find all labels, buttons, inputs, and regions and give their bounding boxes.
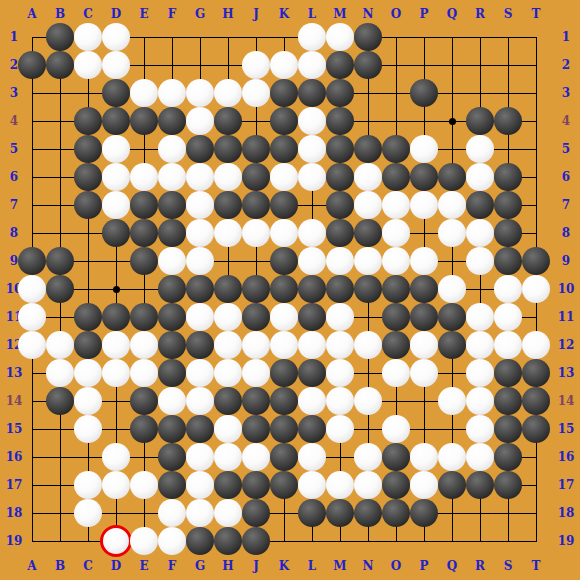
stone-white-B13 (46, 359, 74, 387)
stone-white-G13 (186, 359, 214, 387)
stone-white-G11 (186, 303, 214, 331)
stone-white-P17 (410, 471, 438, 499)
stone-black-G10 (186, 275, 214, 303)
stone-black-Q6 (438, 163, 466, 191)
stone-white-M15 (326, 415, 354, 443)
stone-black-E4 (130, 107, 158, 135)
stone-white-N9 (354, 247, 382, 275)
coord-label-bottom-H: H (222, 560, 233, 572)
coord-label-top-P: P (419, 8, 428, 20)
stone-black-C6 (74, 163, 102, 191)
stone-black-E9 (130, 247, 158, 275)
stone-white-R6 (466, 163, 494, 191)
stone-black-M4 (326, 107, 354, 135)
coord-label-bottom-J: J (253, 560, 259, 572)
stone-white-Q14 (438, 387, 466, 415)
coord-label-bottom-O: O (391, 560, 401, 572)
stone-white-R15 (466, 415, 494, 443)
stone-black-C5 (74, 135, 102, 163)
stone-black-C4 (74, 107, 102, 135)
stone-black-K4 (270, 107, 298, 135)
stone-black-D8 (102, 219, 130, 247)
coord-label-left-18: 18 (6, 507, 23, 519)
stone-black-L18 (298, 499, 326, 527)
stone-black-S4 (494, 107, 522, 135)
stone-black-F8 (158, 219, 186, 247)
coord-label-right-1: 1 (562, 31, 570, 43)
coord-label-bottom-R: R (475, 560, 485, 572)
stone-white-G8 (186, 219, 214, 247)
stone-black-E14 (130, 387, 158, 415)
stone-white-Q7 (438, 191, 466, 219)
stone-black-L3 (298, 79, 326, 107)
stone-white-J13 (242, 359, 270, 387)
coord-label-bottom-B: B (55, 560, 65, 572)
stone-black-D4 (102, 107, 130, 135)
coord-label-top-M: M (333, 8, 346, 20)
stone-white-P16 (410, 443, 438, 471)
stone-black-F13 (158, 359, 186, 387)
coord-label-top-F: F (168, 8, 177, 20)
stone-white-H12 (214, 331, 242, 359)
stone-white-E13 (130, 359, 158, 387)
stone-black-R7 (466, 191, 494, 219)
stone-white-D19-last-move (100, 525, 132, 557)
stone-black-K9 (270, 247, 298, 275)
stone-white-L14 (298, 387, 326, 415)
coord-label-top-K: K (279, 8, 289, 20)
coord-label-bottom-K: K (279, 560, 289, 572)
stone-white-Q8 (438, 219, 466, 247)
stone-black-N5 (354, 135, 382, 163)
stone-black-J15 (242, 415, 270, 443)
stone-black-N8 (354, 219, 382, 247)
coord-label-bottom-T: T (532, 560, 541, 572)
coord-label-top-B: B (55, 8, 65, 20)
coord-label-left-3: 3 (10, 87, 18, 99)
stone-black-C12 (74, 331, 102, 359)
stone-black-P10 (410, 275, 438, 303)
stone-white-L5 (298, 135, 326, 163)
stone-white-F9 (158, 247, 186, 275)
stone-white-K8 (270, 219, 298, 247)
coord-label-right-9: 9 (562, 255, 570, 267)
stone-black-L11 (298, 303, 326, 331)
stone-black-M18 (326, 499, 354, 527)
coord-label-top-J: J (253, 8, 259, 20)
stone-white-O15 (382, 415, 410, 443)
stone-black-T14 (522, 387, 550, 415)
stone-white-H18 (214, 499, 242, 527)
stone-white-R14 (466, 387, 494, 415)
stone-black-H4 (214, 107, 242, 135)
stone-white-C14 (74, 387, 102, 415)
stone-black-F10 (158, 275, 186, 303)
stone-white-E19 (130, 527, 158, 555)
coord-label-top-O: O (391, 8, 401, 20)
stone-black-E7 (130, 191, 158, 219)
coord-label-right-11: 11 (558, 311, 575, 323)
stone-black-K16 (270, 443, 298, 471)
stone-black-O16 (382, 443, 410, 471)
stone-white-G6 (186, 163, 214, 191)
stone-white-R5 (466, 135, 494, 163)
stone-white-D6 (102, 163, 130, 191)
stone-white-M13 (326, 359, 354, 387)
stone-black-G15 (186, 415, 214, 443)
stone-black-A9 (18, 247, 46, 275)
stone-black-J10 (242, 275, 270, 303)
stone-white-G3 (186, 79, 214, 107)
stone-white-P7 (410, 191, 438, 219)
coord-label-right-12: 12 (558, 339, 575, 351)
stone-black-H17 (214, 471, 242, 499)
stone-white-H11 (214, 303, 242, 331)
stone-black-G5 (186, 135, 214, 163)
stone-white-G16 (186, 443, 214, 471)
stone-white-N7 (354, 191, 382, 219)
stone-black-J19 (242, 527, 270, 555)
coord-label-left-19: 19 (6, 535, 23, 547)
stone-black-F17 (158, 471, 186, 499)
stone-black-T9 (522, 247, 550, 275)
coord-label-right-8: 8 (562, 227, 570, 239)
coord-label-right-13: 13 (558, 367, 575, 379)
stone-black-T15 (522, 415, 550, 443)
stone-black-N18 (354, 499, 382, 527)
stone-white-L17 (298, 471, 326, 499)
coord-label-bottom-L: L (308, 560, 316, 572)
go-board: AABBCCDDEEFFGGHHJJKKLLMMNNOOPPQQRRSSTT11… (0, 0, 580, 580)
stone-white-Q16 (438, 443, 466, 471)
stone-white-F14 (158, 387, 186, 415)
stone-white-A11 (18, 303, 46, 331)
stone-black-M8 (326, 219, 354, 247)
coord-label-bottom-D: D (111, 560, 121, 572)
stone-white-T12 (522, 331, 550, 359)
coord-label-right-3: 3 (562, 87, 570, 99)
stone-black-S7 (494, 191, 522, 219)
stone-white-L9 (298, 247, 326, 275)
coord-label-top-N: N (363, 8, 374, 20)
stone-white-P5 (410, 135, 438, 163)
coord-label-right-18: 18 (558, 507, 575, 519)
stone-white-D7 (102, 191, 130, 219)
stone-white-M17 (326, 471, 354, 499)
coord-label-left-9: 9 (10, 255, 18, 267)
stone-white-E17 (130, 471, 158, 499)
stone-black-G19 (186, 527, 214, 555)
stone-black-M2 (326, 51, 354, 79)
stone-black-Q11 (438, 303, 466, 331)
stone-white-O13 (382, 359, 410, 387)
hoshi-Q4 (449, 118, 456, 125)
stone-white-E3 (130, 79, 158, 107)
stone-white-G7 (186, 191, 214, 219)
stone-black-B2 (46, 51, 74, 79)
coord-label-left-16: 16 (6, 451, 23, 463)
stone-black-S15 (494, 415, 522, 443)
coord-label-bottom-N: N (363, 560, 374, 572)
stone-white-R9 (466, 247, 494, 275)
stone-white-D2 (102, 51, 130, 79)
stone-white-M9 (326, 247, 354, 275)
stone-white-S12 (494, 331, 522, 359)
stone-black-F16 (158, 443, 186, 471)
stone-white-R8 (466, 219, 494, 247)
stone-white-S10 (494, 275, 522, 303)
stone-black-H10 (214, 275, 242, 303)
stone-black-J18 (242, 499, 270, 527)
coord-label-top-T: T (532, 8, 541, 20)
coord-label-bottom-F: F (168, 560, 177, 572)
hoshi-D10 (113, 286, 120, 293)
stone-black-L10 (298, 275, 326, 303)
stone-black-K14 (270, 387, 298, 415)
stone-white-D17 (102, 471, 130, 499)
stone-white-N16 (354, 443, 382, 471)
stone-white-H16 (214, 443, 242, 471)
stone-white-A12 (18, 331, 46, 359)
stone-black-E8 (130, 219, 158, 247)
stone-white-E6 (130, 163, 158, 191)
stone-white-N17 (354, 471, 382, 499)
coord-label-top-E: E (139, 8, 148, 20)
stone-black-P6 (410, 163, 438, 191)
stone-white-P9 (410, 247, 438, 275)
stone-white-L8 (298, 219, 326, 247)
stone-white-J8 (242, 219, 270, 247)
stone-white-D5 (102, 135, 130, 163)
stone-white-C2 (74, 51, 102, 79)
coord-label-left-14: 14 (6, 395, 23, 407)
stone-white-J12 (242, 331, 270, 359)
stone-black-S13 (494, 359, 522, 387)
stone-white-G4 (186, 107, 214, 135)
stone-white-L2 (298, 51, 326, 79)
coord-label-right-2: 2 (562, 59, 570, 71)
stone-black-K10 (270, 275, 298, 303)
stone-black-H7 (214, 191, 242, 219)
stone-black-O18 (382, 499, 410, 527)
stone-white-D16 (102, 443, 130, 471)
stone-white-H6 (214, 163, 242, 191)
stone-black-O5 (382, 135, 410, 163)
coord-label-top-S: S (504, 8, 513, 20)
stone-black-K5 (270, 135, 298, 163)
stone-white-F5 (158, 135, 186, 163)
stone-black-O12 (382, 331, 410, 359)
stone-black-M3 (326, 79, 354, 107)
stone-white-F19 (158, 527, 186, 555)
coord-label-right-16: 16 (558, 451, 575, 463)
stone-black-T13 (522, 359, 550, 387)
stone-white-O7 (382, 191, 410, 219)
stone-white-G18 (186, 499, 214, 527)
stone-black-J6 (242, 163, 270, 191)
stone-white-L16 (298, 443, 326, 471)
stone-black-B9 (46, 247, 74, 275)
stone-white-G14 (186, 387, 214, 415)
stone-black-J17 (242, 471, 270, 499)
stone-black-M10 (326, 275, 354, 303)
stone-white-H8 (214, 219, 242, 247)
stone-black-L15 (298, 415, 326, 443)
stone-white-A10 (18, 275, 46, 303)
stone-white-H13 (214, 359, 242, 387)
stone-white-N14 (354, 387, 382, 415)
stone-black-B14 (46, 387, 74, 415)
stone-black-S14 (494, 387, 522, 415)
stone-white-J16 (242, 443, 270, 471)
stone-black-P3 (410, 79, 438, 107)
coord-label-bottom-S: S (504, 560, 513, 572)
stone-black-B1 (46, 23, 74, 51)
stone-white-O8 (382, 219, 410, 247)
stone-black-D11 (102, 303, 130, 331)
stone-black-O6 (382, 163, 410, 191)
stone-black-K17 (270, 471, 298, 499)
stone-white-D12 (102, 331, 130, 359)
stone-black-J14 (242, 387, 270, 415)
stone-white-H15 (214, 415, 242, 443)
coord-label-right-5: 5 (562, 143, 570, 155)
stone-white-N12 (354, 331, 382, 359)
stone-white-K2 (270, 51, 298, 79)
coord-label-right-4: 4 (562, 115, 570, 127)
stone-black-D3 (102, 79, 130, 107)
coord-label-right-17: 17 (558, 479, 575, 491)
stone-white-M12 (326, 331, 354, 359)
coord-label-left-15: 15 (6, 423, 23, 435)
stone-white-G9 (186, 247, 214, 275)
stone-white-C15 (74, 415, 102, 443)
coord-label-right-14: 14 (558, 395, 575, 407)
stone-black-K13 (270, 359, 298, 387)
stone-white-M1 (326, 23, 354, 51)
stone-black-J11 (242, 303, 270, 331)
coord-label-bottom-C: C (83, 560, 93, 572)
stone-black-M6 (326, 163, 354, 191)
stone-white-F6 (158, 163, 186, 191)
coord-label-bottom-E: E (139, 560, 148, 572)
coord-label-left-8: 8 (10, 227, 18, 239)
stone-black-A2 (18, 51, 46, 79)
stone-white-S11 (494, 303, 522, 331)
stone-white-R11 (466, 303, 494, 331)
stone-white-F18 (158, 499, 186, 527)
stone-black-C11 (74, 303, 102, 331)
stone-black-Q17 (438, 471, 466, 499)
stone-black-P18 (410, 499, 438, 527)
coord-label-bottom-A: A (27, 560, 36, 572)
stone-white-N6 (354, 163, 382, 191)
stone-white-L4 (298, 107, 326, 135)
stone-white-C17 (74, 471, 102, 499)
coord-label-bottom-P: P (419, 560, 428, 572)
stone-black-S9 (494, 247, 522, 275)
stone-black-F12 (158, 331, 186, 359)
coord-label-left-5: 5 (10, 143, 18, 155)
coord-label-top-H: H (222, 8, 233, 20)
coord-label-right-7: 7 (562, 199, 570, 211)
stone-white-D1 (102, 23, 130, 51)
coord-label-top-C: C (83, 8, 93, 20)
stone-black-K3 (270, 79, 298, 107)
stone-black-K7 (270, 191, 298, 219)
stone-white-D13 (102, 359, 130, 387)
stone-black-J7 (242, 191, 270, 219)
stone-white-R16 (466, 443, 494, 471)
stone-white-J2 (242, 51, 270, 79)
stone-black-E15 (130, 415, 158, 443)
stone-black-O10 (382, 275, 410, 303)
stone-black-H19 (214, 527, 242, 555)
stone-white-H3 (214, 79, 242, 107)
stone-black-P11 (410, 303, 438, 331)
coord-label-left-17: 17 (6, 479, 23, 491)
coord-label-top-R: R (475, 8, 485, 20)
stone-white-J3 (242, 79, 270, 107)
coord-label-top-L: L (308, 8, 316, 20)
coord-label-bottom-Q: Q (447, 560, 457, 572)
stone-black-S17 (494, 471, 522, 499)
stone-black-F11 (158, 303, 186, 331)
coord-label-right-10: 10 (558, 283, 575, 295)
stone-white-C1 (74, 23, 102, 51)
stone-white-C13 (74, 359, 102, 387)
stone-white-L1 (298, 23, 326, 51)
stone-black-R17 (466, 471, 494, 499)
stone-white-M11 (326, 303, 354, 331)
stone-white-M14 (326, 387, 354, 415)
stone-black-N10 (354, 275, 382, 303)
stone-white-L12 (298, 331, 326, 359)
stone-black-N1 (354, 23, 382, 51)
stone-white-P12 (410, 331, 438, 359)
stone-black-H14 (214, 387, 242, 415)
coord-label-left-6: 6 (10, 171, 18, 183)
coord-label-left-4: 4 (10, 115, 18, 127)
stone-white-P13 (410, 359, 438, 387)
coord-label-left-2: 2 (10, 59, 18, 71)
stone-white-O9 (382, 247, 410, 275)
stone-white-G17 (186, 471, 214, 499)
stone-white-T10 (522, 275, 550, 303)
stone-black-M5 (326, 135, 354, 163)
coord-label-top-A: A (27, 8, 36, 20)
coord-label-right-19: 19 (558, 535, 575, 547)
stone-black-F15 (158, 415, 186, 443)
stone-black-L13 (298, 359, 326, 387)
stone-black-F4 (158, 107, 186, 135)
stone-white-E12 (130, 331, 158, 359)
coord-label-top-D: D (111, 8, 121, 20)
stone-black-H5 (214, 135, 242, 163)
coord-label-right-15: 15 (558, 423, 575, 435)
stone-white-B12 (46, 331, 74, 359)
stone-black-E11 (130, 303, 158, 331)
stone-black-K15 (270, 415, 298, 443)
coord-label-right-6: 6 (562, 171, 570, 183)
stone-black-M7 (326, 191, 354, 219)
stone-black-Q12 (438, 331, 466, 359)
coord-label-top-G: G (195, 8, 205, 20)
stone-black-S8 (494, 219, 522, 247)
stone-black-R4 (466, 107, 494, 135)
stone-black-O17 (382, 471, 410, 499)
stone-black-J5 (242, 135, 270, 163)
